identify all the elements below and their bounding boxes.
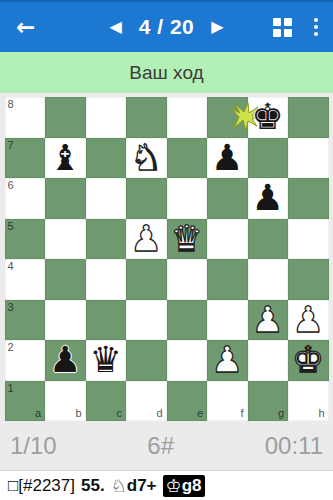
white-move[interactable]: ♘d7+ [111, 476, 157, 496]
prev-puzzle-button[interactable]: ◀ [109, 19, 121, 35]
square-a8[interactable]: 8 [5, 97, 46, 138]
square-a5[interactable]: 5 [5, 219, 46, 260]
square-g7[interactable] [248, 138, 289, 179]
square-c8[interactable] [86, 97, 127, 138]
square-h6[interactable] [288, 178, 329, 219]
square-h5[interactable] [288, 219, 329, 260]
rank-label: 3 [8, 302, 14, 313]
square-f8[interactable] [207, 97, 248, 138]
rank-label: 5 [8, 221, 14, 232]
turn-banner: Ваш ход [0, 52, 333, 93]
square-h2[interactable]: ♚ [288, 340, 329, 381]
square-g2[interactable] [248, 340, 289, 381]
square-b6[interactable] [45, 178, 86, 219]
square-c2[interactable]: ♛ [86, 340, 127, 381]
app-bar: ← ◀ 4 / 20 ▶ [0, 0, 333, 52]
timer: 00:11 [265, 432, 323, 460]
turn-banner-text: Ваш ход [129, 62, 203, 84]
square-h8[interactable] [288, 97, 329, 138]
black-pawn[interactable]: ♟ [211, 140, 243, 176]
white-king[interactable]: ♚ [292, 342, 324, 378]
file-label: b [75, 408, 81, 419]
square-a4[interactable]: 4 [5, 259, 46, 300]
file-label: h [318, 408, 324, 419]
square-a2[interactable]: 2 [5, 340, 46, 381]
status-bar: 1/10 6# 00:11 [0, 421, 333, 470]
grid-icon [273, 18, 292, 37]
file-label: a [35, 408, 41, 419]
puzzle-counter: 4 / 20 [139, 15, 195, 39]
move-number: 55. [81, 476, 105, 496]
square-g5[interactable] [248, 219, 289, 260]
square-e3[interactable] [167, 300, 208, 341]
notation-bar: □[#2237] 55. ♘d7+ ♔g8 [0, 470, 333, 500]
board-area: 8♚7♝♞♟6♟5♟♛43♟♟2♟♛♟♚1abcdefgh [0, 93, 333, 421]
square-d8[interactable] [126, 97, 167, 138]
app-screen: ← ◀ 4 / 20 ▶ Ваш ход 8♚7♝♞♟6♟5♟♛43♟♟2♟♛♟… [0, 0, 333, 500]
square-b3[interactable] [45, 300, 86, 341]
square-d4[interactable] [126, 259, 167, 300]
square-f3[interactable] [207, 300, 248, 341]
black-bishop[interactable]: ♝ [49, 140, 81, 176]
square-b5[interactable] [45, 219, 86, 260]
square-b2[interactable]: ♟ [45, 340, 86, 381]
square-e1[interactable]: e [167, 381, 208, 422]
square-d5[interactable]: ♟ [126, 219, 167, 260]
square-h3[interactable]: ♟ [288, 300, 329, 341]
puzzle-goal: 6# [147, 432, 174, 460]
black-king-icon: ♔ [166, 477, 182, 495]
progress-counter: 1/10 [10, 432, 57, 460]
square-e7[interactable] [167, 138, 208, 179]
square-g3[interactable]: ♟ [248, 300, 289, 341]
grid-view-button[interactable] [273, 18, 292, 37]
file-label: g [278, 408, 284, 419]
rank-label: 7 [8, 140, 14, 151]
square-c4[interactable] [86, 259, 127, 300]
white-move-text: d7+ [127, 476, 157, 496]
square-b4[interactable] [45, 259, 86, 300]
white-pawn[interactable]: ♟ [292, 302, 324, 338]
puzzle-id: □[#2237] [8, 476, 75, 496]
square-a6[interactable]: 6 [5, 178, 46, 219]
square-a1[interactable]: 1a [5, 381, 46, 422]
file-label: e [197, 408, 203, 419]
white-pawn[interactable]: ♟ [252, 302, 284, 338]
square-a7[interactable]: 7 [5, 138, 46, 179]
white-queen[interactable]: ♛ [171, 221, 203, 257]
square-d3[interactable] [126, 300, 167, 341]
square-c7[interactable] [86, 138, 127, 179]
square-b7[interactable]: ♝ [45, 138, 86, 179]
square-g6[interactable]: ♟ [248, 178, 289, 219]
square-h1[interactable]: h [288, 381, 329, 422]
square-b1[interactable]: b [45, 381, 86, 422]
white-pawn[interactable]: ♟ [130, 221, 162, 257]
rank-label: 2 [8, 342, 14, 353]
back-button[interactable]: ← [16, 16, 35, 39]
square-c5[interactable] [86, 219, 127, 260]
rank-label: 1 [8, 383, 14, 394]
square-d7[interactable]: ♞ [126, 138, 167, 179]
square-b8[interactable] [45, 97, 86, 138]
rank-label: 6 [8, 180, 14, 191]
square-f2[interactable]: ♟ [207, 340, 248, 381]
square-e6[interactable] [167, 178, 208, 219]
square-c3[interactable] [86, 300, 127, 341]
black-move-current[interactable]: ♔g8 [163, 475, 205, 497]
file-label: c [117, 408, 123, 419]
square-f7[interactable]: ♟ [207, 138, 248, 179]
rank-label: 8 [8, 99, 14, 110]
square-d1[interactable]: d [126, 381, 167, 422]
square-g8[interactable]: ♚ [248, 97, 289, 138]
square-e8[interactable] [167, 97, 208, 138]
square-d2[interactable] [126, 340, 167, 381]
square-e5[interactable]: ♛ [167, 219, 208, 260]
square-h7[interactable] [288, 138, 329, 179]
black-pawn[interactable]: ♟ [252, 180, 284, 216]
file-label: d [156, 408, 162, 419]
square-e2[interactable] [167, 340, 208, 381]
rank-label: 4 [8, 261, 14, 272]
file-label: f [240, 408, 243, 419]
square-g4[interactable] [248, 259, 289, 300]
white-pawn[interactable]: ♟ [211, 342, 243, 378]
next-puzzle-button[interactable]: ▶ [211, 19, 223, 35]
black-pawn[interactable]: ♟ [49, 342, 81, 378]
square-f5[interactable] [207, 219, 248, 260]
square-g1[interactable]: g [248, 381, 289, 422]
square-a3[interactable]: 3 [5, 300, 46, 341]
square-h4[interactable] [288, 259, 329, 300]
overflow-menu-button[interactable] [312, 16, 320, 38]
black-queen[interactable]: ♛ [90, 342, 122, 378]
white-knight-icon: ♘ [111, 477, 127, 495]
black-king[interactable]: ♚ [252, 99, 284, 135]
square-c6[interactable] [86, 178, 127, 219]
square-f1[interactable]: f [207, 381, 248, 422]
square-e4[interactable] [167, 259, 208, 300]
puzzle-navigation: ◀ 4 / 20 ▶ [109, 2, 223, 52]
square-d6[interactable] [126, 178, 167, 219]
chess-board: 8♚7♝♞♟6♟5♟♛43♟♟2♟♛♟♚1abcdefgh [5, 97, 329, 421]
black-move-text: g8 [182, 476, 202, 496]
square-c1[interactable]: c [86, 381, 127, 422]
overflow-menu-icon [312, 16, 320, 38]
white-knight[interactable]: ♞ [130, 140, 162, 176]
square-f4[interactable] [207, 259, 248, 300]
square-f6[interactable] [207, 178, 248, 219]
